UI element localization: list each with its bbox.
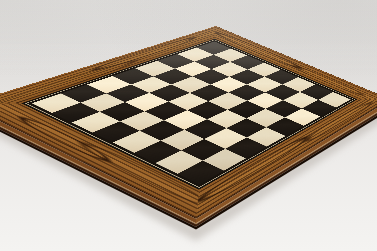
photo-stage (0, 0, 377, 251)
